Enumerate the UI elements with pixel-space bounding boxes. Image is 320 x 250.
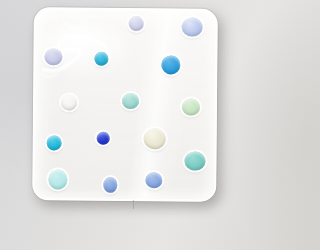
glass-dot-pale-aqua: [121, 93, 138, 109]
photo-background: [0, 0, 250, 250]
glass-dot-turquoise: [94, 52, 108, 66]
thread-detail: [133, 200, 134, 209]
glass-dot-cornflower-blue: [145, 172, 162, 188]
glass-dot-pale-lavender: [128, 16, 143, 31]
glass-plate: [32, 7, 218, 202]
glass-dot-cobalt-blue: [96, 131, 109, 144]
glass-dot-pale-ice-cyan: [48, 169, 67, 189]
glass-dot-pale-green: [182, 98, 200, 115]
glass-dot-pale-lavender: [44, 48, 62, 65]
glass-dot-pale-ivory: [144, 128, 166, 149]
glass-dot-azure-blue: [161, 55, 180, 74]
glass-dot-bright-cyan: [46, 135, 61, 150]
glass-dot-aquamarine: [184, 151, 205, 170]
glass-dot-clear-white: [61, 94, 77, 110]
glass-dot-cornflower-blue: [103, 177, 117, 193]
glass-dot-light-periwinkle: [181, 17, 202, 36]
